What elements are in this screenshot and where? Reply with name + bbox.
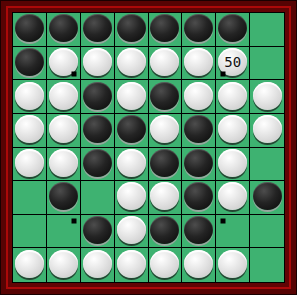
board-cell[interactable] <box>182 181 216 215</box>
white-disc <box>117 48 146 76</box>
black-disc <box>184 115 213 143</box>
board-cell[interactable] <box>216 114 250 148</box>
board-cell[interactable] <box>13 215 47 249</box>
white-disc <box>117 149 146 177</box>
white-disc <box>49 82 78 110</box>
black-disc <box>218 14 247 42</box>
board-cell[interactable] <box>182 47 216 81</box>
board-cell[interactable] <box>149 47 183 81</box>
black-disc <box>15 14 44 42</box>
board-cell[interactable] <box>149 248 183 282</box>
white-disc <box>218 115 247 143</box>
board-cell[interactable] <box>250 181 284 215</box>
board-cell[interactable] <box>115 248 149 282</box>
white-disc <box>184 250 213 278</box>
board-cell[interactable] <box>182 148 216 182</box>
board-cell[interactable] <box>182 248 216 282</box>
white-disc <box>218 149 247 177</box>
board-cell[interactable] <box>81 80 115 114</box>
board-cell[interactable] <box>182 114 216 148</box>
white-disc: 50 <box>218 48 247 76</box>
board-cell[interactable] <box>115 215 149 249</box>
board-cell[interactable] <box>182 80 216 114</box>
board-cell[interactable] <box>115 181 149 215</box>
board-cell[interactable] <box>250 114 284 148</box>
last-move-label: 50 <box>224 55 241 69</box>
board-cell[interactable] <box>13 148 47 182</box>
board-cell[interactable] <box>81 47 115 81</box>
black-disc <box>83 115 112 143</box>
black-disc <box>83 14 112 42</box>
white-disc <box>253 82 282 110</box>
black-disc <box>150 14 179 42</box>
black-disc <box>49 14 78 42</box>
black-disc <box>15 48 44 76</box>
white-disc <box>15 115 44 143</box>
white-disc <box>184 48 213 76</box>
white-disc <box>15 149 44 177</box>
white-disc <box>150 48 179 76</box>
board-cell[interactable] <box>115 148 149 182</box>
board-cell[interactable] <box>216 80 250 114</box>
board-frame: 50 <box>0 0 297 295</box>
board-cell[interactable] <box>47 215 81 249</box>
board-cell[interactable] <box>216 13 250 47</box>
board-cell[interactable] <box>250 47 284 81</box>
board-cell[interactable] <box>13 181 47 215</box>
board-cell[interactable] <box>250 13 284 47</box>
white-disc <box>117 82 146 110</box>
board-cell[interactable] <box>81 248 115 282</box>
board-cell[interactable] <box>47 114 81 148</box>
black-disc <box>184 14 213 42</box>
white-disc <box>218 182 247 210</box>
board-cell[interactable] <box>13 13 47 47</box>
white-disc <box>15 250 44 278</box>
board-cell[interactable] <box>47 148 81 182</box>
board-cell[interactable] <box>149 80 183 114</box>
white-disc <box>150 182 179 210</box>
black-disc <box>83 149 112 177</box>
board-cell[interactable] <box>47 80 81 114</box>
white-disc <box>218 250 247 278</box>
white-disc <box>49 48 78 76</box>
board-cell[interactable] <box>216 181 250 215</box>
othello-board: 50 <box>13 13 284 282</box>
black-disc <box>150 149 179 177</box>
board-cell[interactable] <box>149 215 183 249</box>
board-cell[interactable] <box>250 215 284 249</box>
board-cell[interactable] <box>81 181 115 215</box>
white-disc <box>83 250 112 278</box>
board-cell[interactable]: 50 <box>216 47 250 81</box>
white-disc <box>15 82 44 110</box>
white-disc <box>184 82 213 110</box>
black-disc <box>49 182 78 210</box>
black-disc <box>184 149 213 177</box>
board-cell[interactable] <box>149 181 183 215</box>
board-cell[interactable] <box>250 148 284 182</box>
board-cell[interactable] <box>250 248 284 282</box>
board-cell[interactable] <box>250 80 284 114</box>
black-disc <box>150 82 179 110</box>
board-cell[interactable] <box>13 80 47 114</box>
board-cell[interactable] <box>81 13 115 47</box>
black-disc <box>253 182 282 210</box>
white-disc <box>49 250 78 278</box>
white-disc <box>150 115 179 143</box>
board-cell[interactable] <box>47 47 81 81</box>
white-disc <box>49 115 78 143</box>
board-cell[interactable] <box>47 248 81 282</box>
board-cell[interactable] <box>149 13 183 47</box>
board-cell[interactable] <box>115 80 149 114</box>
black-disc <box>184 216 213 244</box>
black-disc <box>83 82 112 110</box>
white-disc <box>253 115 282 143</box>
black-disc <box>83 216 112 244</box>
board-cell[interactable] <box>13 47 47 81</box>
white-disc <box>117 250 146 278</box>
board-cell[interactable] <box>182 13 216 47</box>
board-cell[interactable] <box>115 47 149 81</box>
board-cell[interactable] <box>47 181 81 215</box>
board-cell[interactable] <box>149 114 183 148</box>
board-cell[interactable] <box>182 215 216 249</box>
white-disc <box>150 250 179 278</box>
board-cell[interactable] <box>115 13 149 47</box>
white-disc <box>49 149 78 177</box>
board-cell[interactable] <box>81 114 115 148</box>
black-disc <box>117 115 146 143</box>
white-disc <box>218 82 247 110</box>
board-cell[interactable] <box>216 148 250 182</box>
board-cell[interactable] <box>81 148 115 182</box>
board-cell[interactable] <box>13 248 47 282</box>
board-cell[interactable] <box>13 114 47 148</box>
board-cell[interactable] <box>81 215 115 249</box>
white-disc <box>117 182 146 210</box>
white-disc <box>83 48 112 76</box>
board-cell[interactable] <box>216 215 250 249</box>
board-cell[interactable] <box>149 148 183 182</box>
black-disc <box>117 14 146 42</box>
board-cell[interactable] <box>216 248 250 282</box>
white-disc <box>117 216 146 244</box>
board-cell[interactable] <box>115 114 149 148</box>
black-disc <box>150 216 179 244</box>
black-disc <box>184 182 213 210</box>
board-cell[interactable] <box>47 13 81 47</box>
